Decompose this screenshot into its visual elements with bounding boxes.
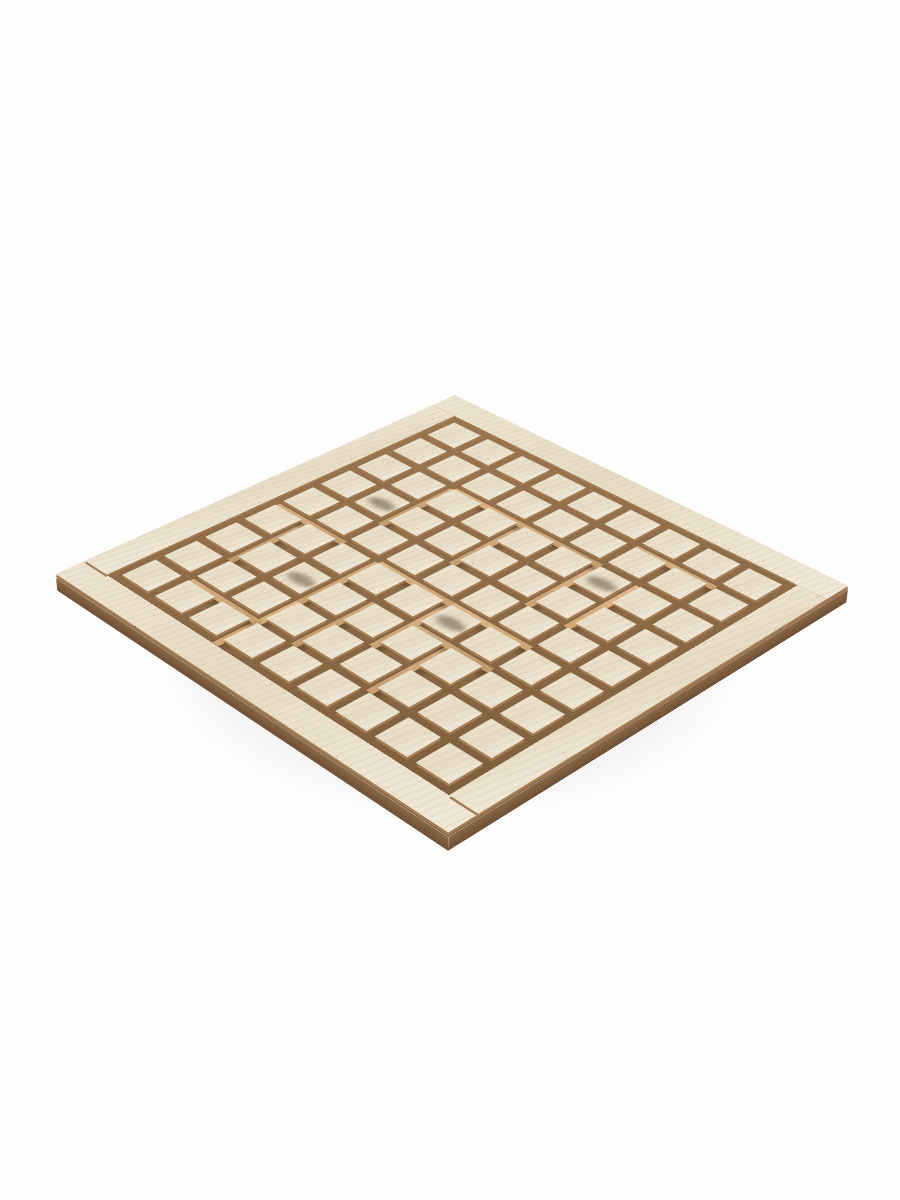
pawn-red-figure [430, 555, 474, 624]
quoridor-board [56, 399, 848, 837]
photo-viewport [0, 0, 900, 1200]
pawn-green-figure [281, 513, 324, 580]
pawn-yellow-figure [362, 442, 403, 505]
pawn-blue-figure [581, 518, 624, 585]
